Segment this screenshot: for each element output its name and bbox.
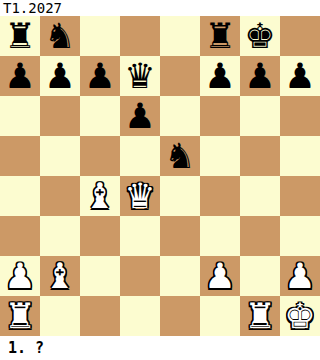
white-king-icon: ♚ <box>284 296 315 336</box>
square-g6[interactable] <box>240 96 280 136</box>
black-pawn-icon: ♟ <box>244 56 275 96</box>
square-a4[interactable] <box>0 176 40 216</box>
square-h2[interactable]: ♟ <box>280 256 320 296</box>
square-g5[interactable] <box>240 136 280 176</box>
white-rook-icon: ♜ <box>244 296 275 336</box>
square-b6[interactable] <box>40 96 80 136</box>
white-bishop-icon: ♝ <box>84 176 115 216</box>
square-c2[interactable] <box>80 256 120 296</box>
black-pawn-icon: ♟ <box>44 56 75 96</box>
white-pawn-icon: ♟ <box>204 256 235 296</box>
square-f7[interactable]: ♟ <box>200 56 240 96</box>
square-c1[interactable] <box>80 296 120 336</box>
square-b1[interactable] <box>40 296 80 336</box>
square-d6[interactable]: ♟ <box>120 96 160 136</box>
square-d5[interactable] <box>120 136 160 176</box>
square-a2[interactable]: ♟ <box>0 256 40 296</box>
square-g1[interactable]: ♜ <box>240 296 280 336</box>
square-h3[interactable] <box>280 216 320 256</box>
square-c6[interactable] <box>80 96 120 136</box>
square-a5[interactable] <box>0 136 40 176</box>
square-f8[interactable]: ♜ <box>200 16 240 56</box>
square-e8[interactable] <box>160 16 200 56</box>
square-g3[interactable] <box>240 216 280 256</box>
square-f3[interactable] <box>200 216 240 256</box>
square-b5[interactable] <box>40 136 80 176</box>
square-e5[interactable]: ♞ <box>160 136 200 176</box>
square-e4[interactable] <box>160 176 200 216</box>
square-d7[interactable]: ♛ <box>120 56 160 96</box>
chess-board: ♜♞♜♚♟♟♟♛♟♟♟♟♞♝♛♟♝♟♟♜♜♚ <box>0 16 320 336</box>
chess-puzzle-page: T1.2027 ♜♞♜♚♟♟♟♛♟♟♟♟♞♝♛♟♝♟♟♜♜♚ 1. ? <box>0 0 320 360</box>
square-h7[interactable]: ♟ <box>280 56 320 96</box>
black-rook-icon: ♜ <box>204 16 235 56</box>
white-queen-icon: ♛ <box>124 176 155 216</box>
black-pawn-icon: ♟ <box>84 56 115 96</box>
square-d1[interactable] <box>120 296 160 336</box>
white-pawn-icon: ♟ <box>4 256 35 296</box>
white-pawn-icon: ♟ <box>284 256 315 296</box>
square-f5[interactable] <box>200 136 240 176</box>
square-d3[interactable] <box>120 216 160 256</box>
black-knight-icon: ♞ <box>164 136 195 176</box>
square-a1[interactable]: ♜ <box>0 296 40 336</box>
square-a7[interactable]: ♟ <box>0 56 40 96</box>
square-e6[interactable] <box>160 96 200 136</box>
square-e2[interactable] <box>160 256 200 296</box>
square-c5[interactable] <box>80 136 120 176</box>
square-f2[interactable]: ♟ <box>200 256 240 296</box>
square-g7[interactable]: ♟ <box>240 56 280 96</box>
black-knight-icon: ♞ <box>44 16 75 56</box>
black-pawn-icon: ♟ <box>4 56 35 96</box>
black-pawn-icon: ♟ <box>284 56 315 96</box>
square-b7[interactable]: ♟ <box>40 56 80 96</box>
square-b3[interactable] <box>40 216 80 256</box>
square-h6[interactable] <box>280 96 320 136</box>
square-b8[interactable]: ♞ <box>40 16 80 56</box>
square-c8[interactable] <box>80 16 120 56</box>
black-pawn-icon: ♟ <box>124 96 155 136</box>
black-queen-icon: ♛ <box>124 56 155 96</box>
square-f6[interactable] <box>200 96 240 136</box>
square-c7[interactable]: ♟ <box>80 56 120 96</box>
square-h1[interactable]: ♚ <box>280 296 320 336</box>
square-d2[interactable] <box>120 256 160 296</box>
square-e3[interactable] <box>160 216 200 256</box>
square-b4[interactable] <box>40 176 80 216</box>
square-f4[interactable] <box>200 176 240 216</box>
black-king-icon: ♚ <box>244 16 275 56</box>
square-a6[interactable] <box>0 96 40 136</box>
square-b2[interactable]: ♝ <box>40 256 80 296</box>
white-rook-icon: ♜ <box>4 296 35 336</box>
square-g8[interactable]: ♚ <box>240 16 280 56</box>
square-a8[interactable]: ♜ <box>0 16 40 56</box>
square-g4[interactable] <box>240 176 280 216</box>
square-e1[interactable] <box>160 296 200 336</box>
black-pawn-icon: ♟ <box>204 56 235 96</box>
puzzle-title: T1.2027 <box>3 0 62 16</box>
square-d4[interactable]: ♛ <box>120 176 160 216</box>
square-a3[interactable] <box>0 216 40 256</box>
square-c3[interactable] <box>80 216 120 256</box>
square-h4[interactable] <box>280 176 320 216</box>
square-e7[interactable] <box>160 56 200 96</box>
black-rook-icon: ♜ <box>4 16 35 56</box>
square-c4[interactable]: ♝ <box>80 176 120 216</box>
move-prompt: 1. ? <box>8 337 44 360</box>
white-bishop-icon: ♝ <box>44 256 75 296</box>
square-d8[interactable] <box>120 16 160 56</box>
square-g2[interactable] <box>240 256 280 296</box>
square-h8[interactable] <box>280 16 320 56</box>
square-f1[interactable] <box>200 296 240 336</box>
square-h5[interactable] <box>280 136 320 176</box>
